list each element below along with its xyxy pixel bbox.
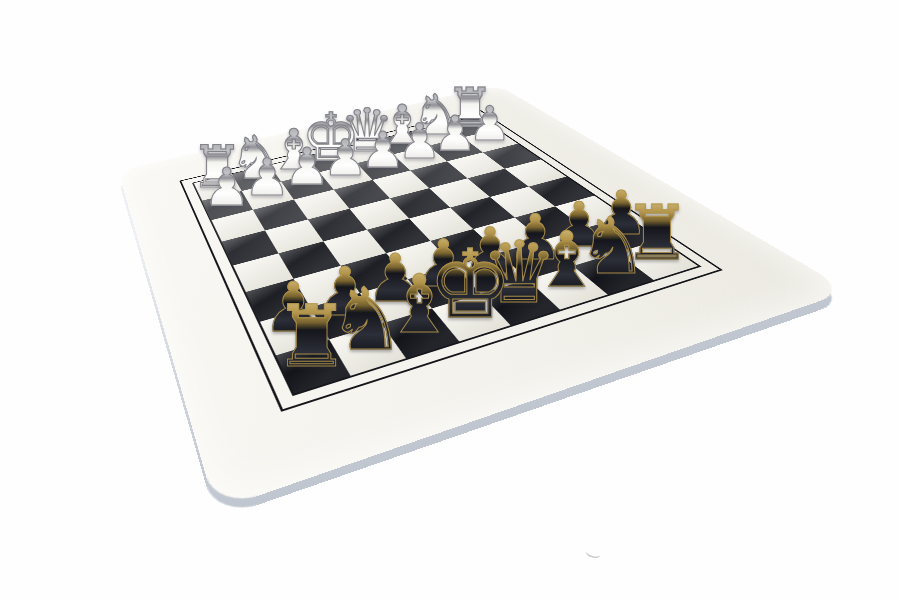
piece-white-pawn[interactable]: ♟ — [203, 162, 250, 214]
chess-set-photo: ♜♞♝♛♚♝♞♜♟♟♟♟♟♟♟♟♟♟♟♟♟♟♟♟♜♞♝♛♚♝♞♜ — [0, 0, 899, 600]
piece-white-pawn[interactable]: ♟ — [323, 134, 368, 184]
piece-white-pawn[interactable]: ♟ — [244, 152, 290, 203]
pieces-layer: ♜♞♝♛♚♝♞♜♟♟♟♟♟♟♟♟♟♟♟♟♟♟♟♟♜♞♝♛♚♝♞♜ — [0, 0, 899, 600]
piece-black-rook[interactable]: ♜ — [274, 294, 351, 379]
piece-white-pawn[interactable]: ♟ — [284, 143, 329, 194]
